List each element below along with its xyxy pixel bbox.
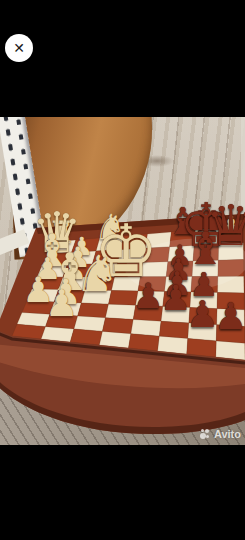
avito-logo-icon <box>200 428 212 440</box>
square-e1 <box>129 334 160 351</box>
square-g1 <box>187 339 217 358</box>
top-bar: ✕ <box>0 0 245 117</box>
square-d4 <box>108 291 138 306</box>
close-button[interactable]: ✕ <box>5 34 33 62</box>
square-h2 <box>216 325 244 344</box>
square-b5 <box>59 277 89 290</box>
square-h3 <box>217 309 245 327</box>
square-c6 <box>89 263 118 277</box>
square-e3 <box>133 305 163 321</box>
square-f4 <box>163 292 191 308</box>
square-h4 <box>217 293 244 310</box>
square-a6 <box>37 265 67 278</box>
square-c5 <box>85 277 115 291</box>
avito-photo-viewer: ✕ ♜♞♝♜♟♛♟♚♛♝♟♟♝♟♟♚♟♝♞♟♟♟♟♟♟♟♟♟ Avito <box>0 0 245 540</box>
square-c3 <box>78 303 109 318</box>
chessboard-svg <box>0 117 245 445</box>
square-e2 <box>131 320 161 337</box>
square-b3 <box>50 302 82 316</box>
square-c7 <box>92 250 120 264</box>
square-a5 <box>32 277 63 289</box>
square-f2 <box>159 321 189 338</box>
square-b4 <box>54 290 85 304</box>
avito-watermark-small: Avito <box>200 428 241 440</box>
close-icon: ✕ <box>13 40 25 56</box>
square-d3 <box>105 304 135 319</box>
square-f1 <box>158 336 188 354</box>
square-g3 <box>189 308 217 325</box>
square-c8 <box>96 236 124 251</box>
square-a3 <box>22 301 54 315</box>
square-b8 <box>72 238 100 252</box>
square-d8 <box>121 234 148 250</box>
square-h1 <box>216 341 245 360</box>
square-g4 <box>190 292 218 309</box>
bottom-bar: Avito <box>0 445 245 540</box>
square-f3 <box>161 306 190 323</box>
square-b7 <box>67 251 96 265</box>
listing-photo[interactable]: ♜♞♝♜♟♛♟♚♛♝♟♟♝♟♟♚♟♝♞♟♟♟♟♟♟♟♟♟ Avito <box>0 117 245 445</box>
square-e4 <box>136 291 165 306</box>
square-c2 <box>74 316 106 331</box>
square-a4 <box>27 289 59 302</box>
square-b6 <box>63 264 93 277</box>
square-d2 <box>102 318 133 334</box>
square-c4 <box>81 290 111 304</box>
avito-watermark-text: Avito <box>214 428 241 440</box>
chessboard <box>0 117 245 445</box>
square-g2 <box>188 323 217 341</box>
